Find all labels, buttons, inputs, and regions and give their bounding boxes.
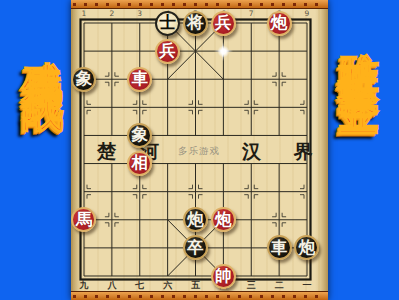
xiangqi-piece-black-卒[interactable]: 卒: [183, 235, 208, 260]
xiangqi-piece-red-車[interactable]: 車: [127, 67, 152, 92]
xiangqi-piece-red-帥[interactable]: 帥: [211, 264, 236, 289]
left-banner-title: 残局挑战: [16, 28, 71, 68]
xiangqi-piece-black-炮[interactable]: 炮: [183, 207, 208, 232]
xiangqi-piece-black-炮[interactable]: 炮: [294, 235, 319, 260]
sparkle-icon: [214, 42, 233, 61]
pieces-layer: 士将兵炮兵象車象相馬炮炮卒車炮帥: [70, 9, 321, 290]
xiangqi-piece-red-炮[interactable]: 炮: [211, 207, 236, 232]
xiangqi-piece-black-象[interactable]: 象: [127, 123, 152, 148]
xiangqi-piece-red-馬[interactable]: 馬: [71, 207, 96, 232]
xiangqi-piece-black-士[interactable]: 士: [155, 11, 180, 36]
scroll-wood-bar-top: [71, 0, 328, 9]
xiangqi-piece-red-相[interactable]: 相: [127, 151, 152, 176]
xiangqi-piece-red-兵[interactable]: 兵: [155, 39, 180, 64]
xiangqi-piece-black-車[interactable]: 車: [267, 235, 292, 260]
xiangqi-piece-black-将[interactable]: 将: [183, 11, 208, 36]
right-banner-title: 雅歌投壶三: [332, 20, 387, 80]
xiangqi-board-panel[interactable]: 123456789 九八七六五四三二一 楚 河 多乐游戏 汉 界 士将兵炮兵象車…: [71, 0, 328, 300]
xiangqi-piece-black-象[interactable]: 象: [71, 67, 96, 92]
xiangqi-piece-red-兵[interactable]: 兵: [211, 11, 236, 36]
scroll-wood-bar-bottom: [71, 291, 328, 300]
xiangqi-piece-red-炮[interactable]: 炮: [267, 11, 292, 36]
game-screen: 残局挑战 雅歌投壶三 123456789 九八七六五四三二一 楚 河 多乐游戏 …: [0, 0, 399, 300]
